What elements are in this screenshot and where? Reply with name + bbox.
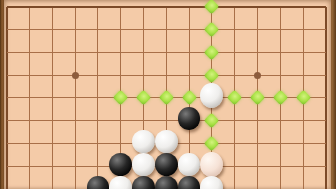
white-stone [132, 153, 155, 176]
horizontal-grid-line [292, 166, 315, 167]
intersection[interactable] [292, 109, 315, 132]
horizontal-grid-line [223, 166, 246, 167]
intersection[interactable] [292, 64, 315, 87]
horizontal-grid-line [292, 120, 315, 121]
horizontal-grid-line [269, 166, 292, 167]
intersection[interactable] [109, 0, 132, 18]
horizontal-grid-line [87, 75, 110, 76]
intersection[interactable] [155, 132, 178, 155]
intersection[interactable] [155, 109, 178, 132]
vertical-grid-line [257, 7, 258, 18]
horizontal-grid-line [41, 166, 64, 167]
horizontal-grid-line [132, 120, 155, 121]
intersection[interactable] [155, 0, 178, 18]
horizontal-grid-line [132, 29, 155, 30]
horizontal-grid-line [292, 143, 315, 144]
horizontal-grid-line [18, 120, 41, 121]
intersection[interactable] [109, 109, 132, 132]
intersection[interactable] [314, 155, 336, 178]
horizontal-grid-line [87, 143, 110, 144]
intersection[interactable] [0, 87, 18, 110]
horizontal-grid-line [7, 6, 18, 8]
horizontal-grid-line [18, 29, 41, 30]
horizontal-grid-line [7, 120, 18, 121]
horizontal-grid-line [87, 97, 110, 98]
intersection[interactable] [41, 109, 64, 132]
intersection[interactable] [41, 178, 64, 189]
white-stone [109, 176, 132, 189]
horizontal-grid-line [64, 52, 87, 53]
intersection[interactable] [18, 87, 41, 110]
horizontal-grid-line [41, 143, 64, 144]
highlight-marker-icon [204, 113, 220, 129]
intersection[interactable] [132, 18, 155, 41]
intersection[interactable] [64, 87, 87, 110]
intersection[interactable] [314, 87, 336, 110]
horizontal-grid-line [18, 6, 41, 8]
intersection[interactable] [109, 132, 132, 155]
intersection[interactable] [41, 0, 64, 18]
highlight-marker-icon [204, 136, 220, 152]
intersection[interactable] [292, 0, 315, 18]
horizontal-grid-line [246, 6, 269, 8]
horizontal-grid-line [109, 143, 132, 144]
intersection[interactable] [200, 109, 223, 132]
horizontal-grid-line [155, 75, 178, 76]
intersection[interactable] [269, 64, 292, 87]
intersection[interactable] [200, 155, 223, 178]
intersection[interactable] [178, 87, 201, 110]
intersection[interactable] [109, 41, 132, 64]
horizontal-grid-line [269, 120, 292, 121]
vertical-grid-line [257, 178, 258, 189]
intersection[interactable] [292, 155, 315, 178]
horizontal-grid-line [7, 97, 18, 98]
horizontal-grid-line [223, 120, 246, 121]
intersection[interactable] [314, 41, 336, 64]
horizontal-grid-line [223, 75, 246, 76]
horizontal-grid-line [87, 166, 110, 167]
black-stone [132, 176, 155, 189]
intersection[interactable] [246, 109, 269, 132]
horizontal-grid-line [64, 97, 87, 98]
intersection[interactable] [132, 178, 155, 189]
intersection[interactable] [223, 64, 246, 87]
vertical-grid-line [29, 7, 30, 18]
black-stone [155, 176, 178, 189]
vertical-grid-line [280, 7, 281, 18]
vertical-grid-line [303, 178, 304, 189]
intersection[interactable] [41, 18, 64, 41]
horizontal-grid-line [64, 143, 87, 144]
intersection[interactable] [200, 87, 223, 110]
intersection[interactable] [87, 155, 110, 178]
horizontal-grid-line [109, 120, 132, 121]
horizontal-grid-line [109, 6, 132, 8]
gomoku-board-stage [0, 0, 336, 189]
intersection[interactable] [41, 64, 64, 87]
intersection[interactable] [223, 87, 246, 110]
vertical-grid-line [52, 178, 53, 189]
horizontal-grid-line [314, 52, 325, 53]
horizontal-grid-line [314, 6, 325, 8]
intersection[interactable] [64, 109, 87, 132]
intersection[interactable] [18, 132, 41, 155]
horizontal-grid-line [41, 52, 64, 53]
horizontal-grid-line [132, 6, 155, 8]
horizontal-grid-line [41, 29, 64, 30]
intersection[interactable] [269, 87, 292, 110]
intersection[interactable] [18, 109, 41, 132]
intersection[interactable] [223, 109, 246, 132]
vertical-grid-line [75, 7, 76, 18]
intersection[interactable] [64, 0, 87, 18]
horizontal-grid-line [246, 143, 269, 144]
intersection[interactable] [64, 178, 87, 189]
intersection[interactable] [155, 87, 178, 110]
horizontal-grid-line [246, 166, 269, 167]
intersection[interactable] [109, 18, 132, 41]
horizontal-grid-line [246, 120, 269, 121]
vertical-grid-line [29, 178, 30, 189]
white-stone [200, 152, 223, 177]
intersection[interactable] [132, 64, 155, 87]
horizontal-grid-line [109, 75, 132, 76]
intersection[interactable] [246, 64, 269, 87]
highlight-marker-icon [204, 67, 220, 83]
intersection[interactable] [132, 155, 155, 178]
intersection[interactable] [178, 132, 201, 155]
intersection[interactable] [292, 41, 315, 64]
intersection[interactable] [246, 178, 269, 189]
intersection[interactable] [87, 0, 110, 18]
horizontal-grid-line [132, 52, 155, 53]
vertical-grid-line [280, 178, 281, 189]
intersection[interactable] [269, 18, 292, 41]
intersection[interactable] [155, 155, 178, 178]
horizontal-grid-line [132, 75, 155, 76]
horizontal-grid-line [246, 52, 269, 53]
horizontal-grid-line [41, 97, 64, 98]
black-stone [87, 176, 110, 189]
horizontal-grid-line [18, 143, 41, 144]
white-stone [155, 130, 178, 153]
vertical-grid-line [75, 178, 76, 189]
white-stone [132, 130, 155, 153]
intersection[interactable] [292, 18, 315, 41]
intersection[interactable] [178, 109, 201, 132]
vertical-grid-line [303, 7, 304, 18]
highlight-marker-icon [204, 45, 220, 61]
intersection[interactable] [18, 155, 41, 178]
horizontal-grid-line [87, 29, 110, 30]
horizontal-grid-line [7, 52, 18, 53]
vertical-grid-line [325, 7, 327, 18]
intersection[interactable] [132, 87, 155, 110]
intersection[interactable] [269, 132, 292, 155]
horizontal-grid-line [292, 52, 315, 53]
horizontal-grid-line [18, 166, 41, 167]
intersection[interactable] [246, 132, 269, 155]
intersection[interactable] [155, 64, 178, 87]
intersection[interactable] [0, 132, 18, 155]
horizontal-grid-line [87, 120, 110, 121]
star-point [72, 72, 79, 79]
highlight-marker-icon [136, 90, 152, 106]
intersection[interactable] [314, 178, 336, 189]
intersection[interactable] [178, 155, 201, 178]
intersection[interactable] [200, 0, 223, 18]
white-stone [178, 153, 201, 176]
vertical-grid-line [234, 7, 235, 18]
intersection[interactable] [18, 18, 41, 41]
horizontal-grid-line [178, 6, 201, 8]
intersection[interactable] [269, 178, 292, 189]
intersection[interactable] [132, 109, 155, 132]
intersection[interactable] [178, 18, 201, 41]
intersection[interactable] [87, 64, 110, 87]
horizontal-grid-line [87, 52, 110, 53]
horizontal-grid-line [18, 75, 41, 76]
horizontal-grid-line [155, 52, 178, 53]
horizontal-grid-line [292, 29, 315, 30]
vertical-grid-line [6, 7, 8, 18]
horizontal-grid-line [178, 143, 201, 144]
black-stone [178, 107, 201, 130]
horizontal-grid-line [18, 97, 41, 98]
horizontal-grid-line [155, 6, 178, 8]
intersection[interactable] [18, 41, 41, 64]
intersection[interactable] [178, 178, 201, 189]
horizontal-grid-line [292, 6, 315, 8]
intersection[interactable] [0, 18, 18, 41]
intersection[interactable] [178, 41, 201, 64]
intersection[interactable] [200, 41, 223, 64]
intersection[interactable] [246, 41, 269, 64]
intersection[interactable] [64, 18, 87, 41]
intersection[interactable] [155, 18, 178, 41]
board-grid[interactable] [0, 0, 336, 189]
star-point [254, 72, 261, 79]
intersection[interactable] [292, 87, 315, 110]
highlight-marker-icon [181, 90, 197, 106]
intersection[interactable] [269, 109, 292, 132]
horizontal-grid-line [223, 52, 246, 53]
white-stone [200, 83, 223, 108]
intersection[interactable] [0, 155, 18, 178]
horizontal-grid-line [7, 143, 18, 144]
horizontal-grid-line [314, 29, 325, 30]
horizontal-grid-line [64, 29, 87, 30]
intersection[interactable] [132, 0, 155, 18]
horizontal-grid-line [41, 6, 64, 8]
intersection[interactable] [292, 132, 315, 155]
intersection[interactable] [41, 155, 64, 178]
horizontal-grid-line [18, 52, 41, 53]
horizontal-grid-line [178, 75, 201, 76]
intersection[interactable] [109, 155, 132, 178]
intersection[interactable] [18, 64, 41, 87]
intersection[interactable] [314, 64, 336, 87]
intersection[interactable] [223, 178, 246, 189]
horizontal-grid-line [314, 97, 325, 98]
horizontal-grid-line [269, 6, 292, 8]
intersection[interactable] [109, 64, 132, 87]
horizontal-grid-line [64, 120, 87, 121]
horizontal-grid-line [269, 52, 292, 53]
intersection[interactable] [87, 178, 110, 189]
intersection[interactable] [64, 132, 87, 155]
highlight-marker-icon [113, 90, 129, 106]
intersection[interactable] [178, 64, 201, 87]
highlight-marker-icon [272, 90, 288, 106]
horizontal-grid-line [269, 29, 292, 30]
vertical-grid-line [52, 7, 53, 18]
intersection[interactable] [109, 87, 132, 110]
intersection[interactable] [269, 0, 292, 18]
vertical-grid-line [166, 7, 167, 18]
horizontal-grid-line [314, 75, 325, 76]
intersection[interactable] [155, 178, 178, 189]
horizontal-grid-line [7, 75, 18, 76]
highlight-marker-icon [295, 90, 311, 106]
intersection[interactable] [64, 64, 87, 87]
vertical-grid-line [6, 178, 8, 189]
horizontal-grid-line [41, 75, 64, 76]
intersection[interactable] [246, 0, 269, 18]
horizontal-grid-line [314, 143, 325, 144]
intersection[interactable] [223, 18, 246, 41]
intersection[interactable] [246, 18, 269, 41]
intersection[interactable] [18, 178, 41, 189]
intersection[interactable] [314, 18, 336, 41]
horizontal-grid-line [246, 29, 269, 30]
intersection[interactable] [223, 132, 246, 155]
horizontal-grid-line [223, 29, 246, 30]
horizontal-grid-line [7, 29, 18, 30]
intersection[interactable] [109, 178, 132, 189]
horizontal-grid-line [314, 120, 325, 121]
intersection[interactable] [223, 155, 246, 178]
highlight-marker-icon [250, 90, 266, 106]
horizontal-grid-line [109, 52, 132, 53]
highlight-marker-icon [204, 22, 220, 38]
horizontal-grid-line [155, 29, 178, 30]
vertical-grid-line [120, 7, 121, 18]
intersection[interactable] [87, 132, 110, 155]
intersection[interactable] [269, 41, 292, 64]
horizontal-grid-line [269, 75, 292, 76]
intersection[interactable] [314, 0, 336, 18]
highlight-marker-icon [159, 90, 175, 106]
intersection[interactable] [132, 132, 155, 155]
horizontal-grid-line [223, 143, 246, 144]
intersection[interactable] [0, 64, 18, 87]
intersection[interactable] [87, 87, 110, 110]
intersection[interactable] [246, 87, 269, 110]
black-stone [178, 176, 201, 189]
horizontal-grid-line [269, 143, 292, 144]
intersection[interactable] [314, 132, 336, 155]
vertical-grid-line [97, 7, 98, 18]
intersection[interactable] [292, 178, 315, 189]
vertical-grid-line [189, 7, 190, 18]
intersection[interactable] [0, 178, 18, 189]
intersection[interactable] [246, 155, 269, 178]
horizontal-grid-line [64, 166, 87, 167]
horizontal-grid-line [314, 166, 325, 167]
intersection[interactable] [0, 109, 18, 132]
horizontal-grid-line [178, 52, 201, 53]
intersection[interactable] [269, 155, 292, 178]
horizontal-grid-line [109, 29, 132, 30]
intersection[interactable] [0, 0, 18, 18]
intersection[interactable] [155, 41, 178, 64]
horizontal-grid-line [7, 166, 18, 167]
highlight-marker-icon [204, 0, 220, 14]
black-stone [155, 153, 178, 176]
intersection[interactable] [223, 0, 246, 18]
vertical-grid-line [143, 7, 144, 18]
intersection[interactable] [41, 132, 64, 155]
white-stone [200, 176, 223, 189]
horizontal-grid-line [87, 6, 110, 8]
intersection[interactable] [87, 18, 110, 41]
intersection[interactable] [178, 0, 201, 18]
highlight-marker-icon [227, 90, 243, 106]
horizontal-grid-line [41, 120, 64, 121]
intersection[interactable] [223, 41, 246, 64]
intersection[interactable] [18, 0, 41, 18]
intersection[interactable] [0, 41, 18, 64]
horizontal-grid-line [292, 75, 315, 76]
horizontal-grid-line [223, 6, 246, 8]
intersection[interactable] [64, 155, 87, 178]
vertical-grid-line [234, 178, 235, 189]
horizontal-grid-line [64, 6, 87, 8]
intersection[interactable] [200, 18, 223, 41]
vertical-grid-line [325, 178, 327, 189]
intersection[interactable] [41, 87, 64, 110]
black-stone [109, 153, 132, 176]
intersection[interactable] [314, 109, 336, 132]
intersection[interactable] [87, 41, 110, 64]
intersection[interactable] [87, 109, 110, 132]
intersection[interactable] [64, 41, 87, 64]
horizontal-grid-line [178, 29, 201, 30]
horizontal-grid-line [155, 120, 178, 121]
intersection[interactable] [132, 41, 155, 64]
intersection[interactable] [200, 178, 223, 189]
intersection[interactable] [41, 41, 64, 64]
